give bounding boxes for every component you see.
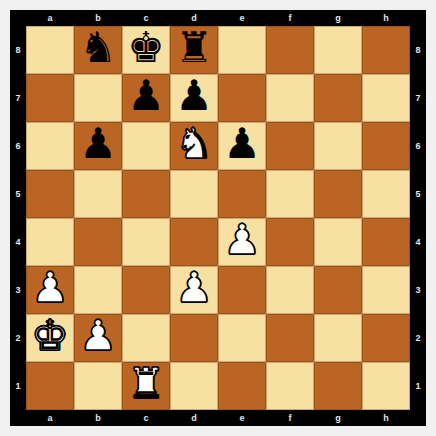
square-f2[interactable] xyxy=(266,314,314,362)
square-a7[interactable] xyxy=(26,74,74,122)
rank-label-left-3: 3 xyxy=(10,266,26,314)
file-label-bottom-g: g xyxy=(314,410,362,426)
square-c7[interactable]: ♟ xyxy=(122,74,170,122)
square-b8[interactable]: ♞ xyxy=(74,26,122,74)
square-e1[interactable] xyxy=(218,362,266,410)
square-a2[interactable]: ♚ xyxy=(26,314,74,362)
square-f7[interactable] xyxy=(266,74,314,122)
piece-black-knight-b8[interactable]: ♞ xyxy=(79,27,117,69)
square-c8[interactable]: ♚ xyxy=(122,26,170,74)
square-d2[interactable] xyxy=(170,314,218,362)
square-a5[interactable] xyxy=(26,170,74,218)
piece-white-king-a2[interactable]: ♚ xyxy=(31,315,69,357)
chess-board: abcdefgh8♞♚♜87♟♟76♟♞♟6554♟43♟♟32♚♟21♜1ab… xyxy=(10,10,426,426)
piece-black-rook-d8[interactable]: ♜ xyxy=(175,27,213,69)
square-d3[interactable]: ♟ xyxy=(170,266,218,314)
square-f3[interactable] xyxy=(266,266,314,314)
piece-white-pawn-d3[interactable]: ♟ xyxy=(175,267,213,309)
file-label-top-h: h xyxy=(362,10,410,26)
piece-white-knight-d6[interactable]: ♞ xyxy=(175,123,213,165)
square-e3[interactable] xyxy=(218,266,266,314)
square-b4[interactable] xyxy=(74,218,122,266)
piece-black-pawn-b6[interactable]: ♟ xyxy=(79,123,117,165)
square-f4[interactable] xyxy=(266,218,314,266)
rank-label-left-6: 6 xyxy=(10,122,26,170)
rank-label-left-8: 8 xyxy=(10,26,26,74)
square-b6[interactable]: ♟ xyxy=(74,122,122,170)
file-label-bottom-f: f xyxy=(266,410,314,426)
square-e8[interactable] xyxy=(218,26,266,74)
square-g7[interactable] xyxy=(314,74,362,122)
square-h1[interactable] xyxy=(362,362,410,410)
square-d8[interactable]: ♜ xyxy=(170,26,218,74)
square-g1[interactable] xyxy=(314,362,362,410)
file-label-bottom-e: e xyxy=(218,410,266,426)
square-e7[interactable] xyxy=(218,74,266,122)
square-g5[interactable] xyxy=(314,170,362,218)
square-a8[interactable] xyxy=(26,26,74,74)
square-h3[interactable] xyxy=(362,266,410,314)
square-d6[interactable]: ♞ xyxy=(170,122,218,170)
square-g3[interactable] xyxy=(314,266,362,314)
rank-label-right-1: 1 xyxy=(410,362,426,410)
square-c4[interactable] xyxy=(122,218,170,266)
frame-corner xyxy=(410,10,426,26)
square-b5[interactable] xyxy=(74,170,122,218)
square-h8[interactable] xyxy=(362,26,410,74)
file-label-bottom-b: b xyxy=(74,410,122,426)
file-label-bottom-d: d xyxy=(170,410,218,426)
square-f8[interactable] xyxy=(266,26,314,74)
rank-label-left-7: 7 xyxy=(10,74,26,122)
file-label-top-e: e xyxy=(218,10,266,26)
file-label-top-f: f xyxy=(266,10,314,26)
square-c1[interactable]: ♜ xyxy=(122,362,170,410)
file-label-top-a: a xyxy=(26,10,74,26)
rank-label-right-3: 3 xyxy=(410,266,426,314)
file-label-bottom-a: a xyxy=(26,410,74,426)
square-b1[interactable] xyxy=(74,362,122,410)
piece-white-pawn-e4[interactable]: ♟ xyxy=(223,219,261,261)
square-f1[interactable] xyxy=(266,362,314,410)
rank-label-left-4: 4 xyxy=(10,218,26,266)
frame-corner xyxy=(10,10,26,26)
square-a1[interactable] xyxy=(26,362,74,410)
frame-corner xyxy=(410,410,426,426)
piece-white-pawn-a3[interactable]: ♟ xyxy=(31,267,69,309)
rank-label-left-1: 1 xyxy=(10,362,26,410)
frame-corner xyxy=(10,410,26,426)
piece-black-king-c8[interactable]: ♚ xyxy=(127,27,165,69)
rank-label-left-5: 5 xyxy=(10,170,26,218)
square-e5[interactable] xyxy=(218,170,266,218)
square-d4[interactable] xyxy=(170,218,218,266)
rank-label-right-5: 5 xyxy=(410,170,426,218)
piece-white-pawn-b2[interactable]: ♟ xyxy=(79,315,117,357)
piece-black-pawn-e6[interactable]: ♟ xyxy=(223,123,261,165)
file-label-bottom-h: h xyxy=(362,410,410,426)
square-g2[interactable] xyxy=(314,314,362,362)
rank-label-right-8: 8 xyxy=(410,26,426,74)
square-e6[interactable]: ♟ xyxy=(218,122,266,170)
square-a3[interactable]: ♟ xyxy=(26,266,74,314)
square-b3[interactable] xyxy=(74,266,122,314)
square-c6[interactable] xyxy=(122,122,170,170)
rank-label-left-2: 2 xyxy=(10,314,26,362)
square-h4[interactable] xyxy=(362,218,410,266)
rank-label-right-7: 7 xyxy=(410,74,426,122)
file-label-bottom-c: c xyxy=(122,410,170,426)
rank-label-right-2: 2 xyxy=(410,314,426,362)
square-g4[interactable] xyxy=(314,218,362,266)
file-label-top-g: g xyxy=(314,10,362,26)
piece-black-pawn-d7[interactable]: ♟ xyxy=(175,75,213,117)
square-h7[interactable] xyxy=(362,74,410,122)
square-d1[interactable] xyxy=(170,362,218,410)
rank-label-right-4: 4 xyxy=(410,218,426,266)
square-f6[interactable] xyxy=(266,122,314,170)
piece-white-rook-c1[interactable]: ♜ xyxy=(127,363,165,405)
square-h6[interactable] xyxy=(362,122,410,170)
square-b2[interactable]: ♟ xyxy=(74,314,122,362)
square-e2[interactable] xyxy=(218,314,266,362)
square-f5[interactable] xyxy=(266,170,314,218)
square-e4[interactable]: ♟ xyxy=(218,218,266,266)
square-d7[interactable]: ♟ xyxy=(170,74,218,122)
square-a4[interactable] xyxy=(26,218,74,266)
square-h5[interactable] xyxy=(362,170,410,218)
square-g6[interactable] xyxy=(314,122,362,170)
square-h2[interactable] xyxy=(362,314,410,362)
square-b7[interactable] xyxy=(74,74,122,122)
square-c5[interactable] xyxy=(122,170,170,218)
square-c2[interactable] xyxy=(122,314,170,362)
square-g8[interactable] xyxy=(314,26,362,74)
square-a6[interactable] xyxy=(26,122,74,170)
square-d5[interactable] xyxy=(170,170,218,218)
square-c3[interactable] xyxy=(122,266,170,314)
piece-black-pawn-c7[interactable]: ♟ xyxy=(127,75,165,117)
rank-label-right-6: 6 xyxy=(410,122,426,170)
